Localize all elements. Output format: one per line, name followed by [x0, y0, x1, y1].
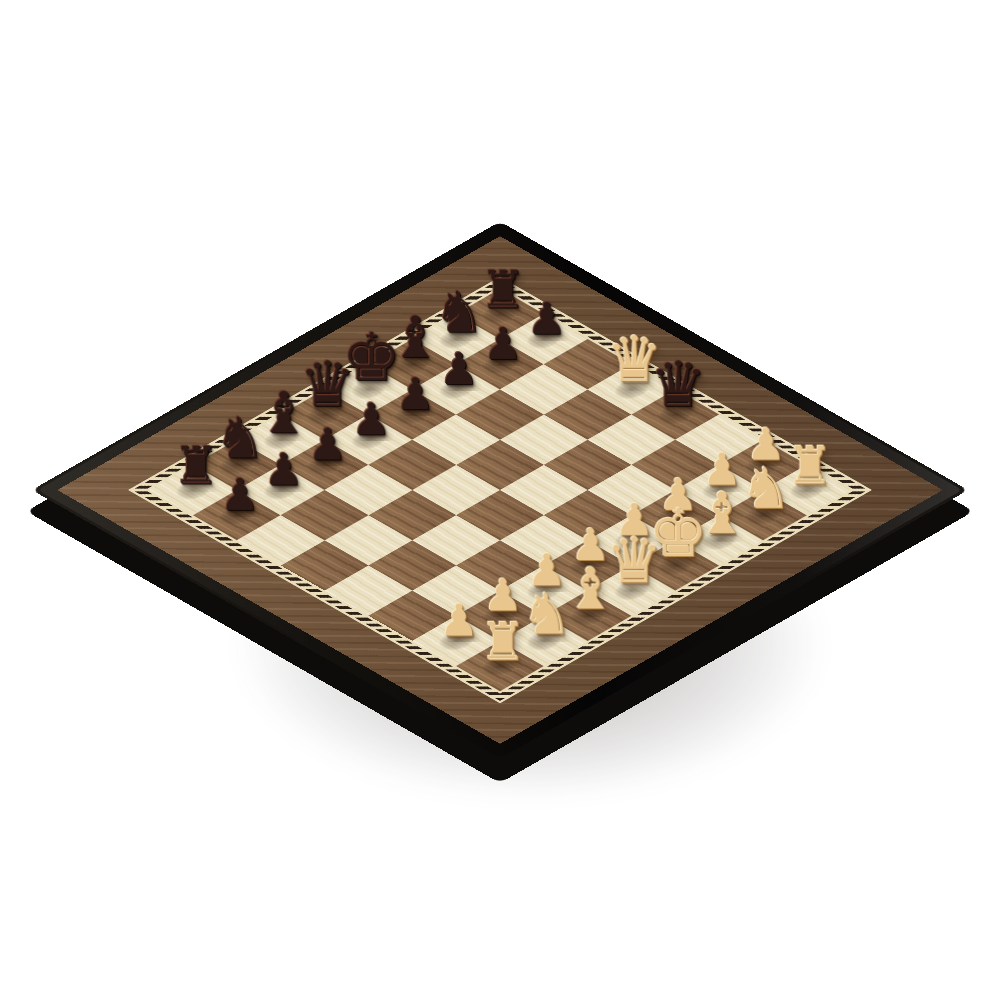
product-photo-scene: ♜♞♝♛♚♝♞♜♟♟♟♟♟♟♟♟♛♛♟♟♟♟♟♟♟♟♜♞♝♛♚♝♞♜ — [0, 0, 1000, 1000]
piece-black-pawn[interactable]: ♟ — [204, 473, 276, 517]
piece-black-queen[interactable]: ♛ — [642, 353, 714, 416]
piece-white-rook[interactable]: ♜ — [467, 616, 539, 668]
